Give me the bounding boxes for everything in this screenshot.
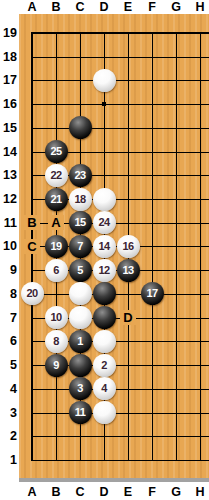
- row-label-14: 14: [0, 144, 17, 160]
- row-label-1: 1: [0, 452, 17, 468]
- stone-white-D17[interactable]: [93, 69, 116, 92]
- stone-white-D5[interactable]: 2: [93, 354, 116, 377]
- grid-line-col-G: [176, 32, 177, 461]
- row-label-18: 18: [0, 49, 17, 65]
- stone-black-B14[interactable]: 25: [45, 140, 68, 163]
- grid-line-row-16: [32, 104, 209, 105]
- row-label-4: 4: [0, 381, 17, 397]
- grid-line-row-1: [32, 460, 209, 461]
- row-label-16: 16: [0, 96, 17, 112]
- column-label-top-C: C: [68, 1, 92, 14]
- stone-white-B6[interactable]: 8: [45, 330, 68, 353]
- row-label-12: 12: [0, 191, 17, 207]
- grid-line-row-17: [32, 80, 209, 81]
- stone-white-D9[interactable]: 12: [93, 259, 116, 282]
- stone-white-A8[interactable]: 20: [21, 282, 44, 305]
- column-label-bottom-E: E: [116, 484, 140, 500]
- grid-line-row-2: [32, 436, 209, 437]
- point-mark-D-E7[interactable]: D: [120, 310, 136, 325]
- column-label-top-B: B: [44, 1, 68, 14]
- row-label-15: 15: [0, 120, 17, 136]
- stone-white-E10[interactable]: 16: [117, 235, 140, 258]
- grid-line-row-8: [32, 294, 209, 295]
- row-label-11: 11: [0, 215, 17, 231]
- grid-line-row-15: [32, 128, 209, 129]
- stone-white-D11[interactable]: 24: [93, 211, 116, 234]
- board-edge-shadow: [19, 478, 209, 482]
- column-label-top-E: E: [116, 1, 140, 14]
- stone-white-D6[interactable]: [93, 330, 116, 353]
- stone-black-D8[interactable]: [93, 282, 116, 305]
- point-mark-A-B11[interactable]: A: [48, 215, 64, 230]
- column-label-bottom-A: A: [20, 484, 44, 500]
- row-label-13: 13: [0, 167, 17, 183]
- stone-black-B12[interactable]: 21: [45, 188, 68, 211]
- stone-black-B10[interactable]: 19: [45, 235, 68, 258]
- go-diagram: ABCDEFGH 19181716151413121110987654321 2…: [0, 0, 209, 500]
- row-label-5: 5: [0, 357, 17, 373]
- stone-white-D4[interactable]: 4: [93, 377, 116, 400]
- stone-black-C4[interactable]: 3: [69, 377, 92, 400]
- stone-white-D3[interactable]: [93, 401, 116, 424]
- grid-line-col-H: [200, 32, 201, 461]
- column-label-top-H: H: [188, 1, 209, 14]
- row-label-2: 2: [0, 428, 17, 444]
- column-label-bottom-H: H: [188, 484, 209, 500]
- column-label-top-A: A: [20, 1, 44, 14]
- stone-black-C13[interactable]: 23: [69, 164, 92, 187]
- stone-black-F8[interactable]: 17: [141, 282, 164, 305]
- row-label-19: 19: [0, 25, 17, 41]
- stone-black-C11[interactable]: 15: [69, 211, 92, 234]
- stone-black-D7[interactable]: [93, 306, 116, 329]
- row-label-3: 3: [0, 405, 17, 421]
- point-mark-B-A11[interactable]: B: [24, 215, 40, 230]
- row-label-9: 9: [0, 262, 17, 278]
- stone-white-D12[interactable]: [93, 188, 116, 211]
- row-label-10: 10: [0, 238, 17, 254]
- column-label-bottom-B: B: [44, 484, 68, 500]
- grid-line-row-3: [32, 413, 209, 414]
- column-label-bottom-G: G: [164, 484, 188, 500]
- column-label-top-D: D: [92, 1, 116, 14]
- row-label-6: 6: [0, 333, 17, 349]
- stone-white-C12[interactable]: 18: [69, 188, 92, 211]
- stone-black-C10[interactable]: 7: [69, 235, 92, 258]
- stone-white-B9[interactable]: 6: [45, 259, 68, 282]
- column-label-bottom-C: C: [68, 484, 92, 500]
- stone-black-C9[interactable]: 5: [69, 259, 92, 282]
- row-label-17: 17: [0, 72, 17, 88]
- point-mark-C-A10[interactable]: C: [24, 239, 40, 254]
- column-label-bottom-D: D: [92, 484, 116, 500]
- stone-white-B7[interactable]: 10: [45, 306, 68, 329]
- stone-black-C3[interactable]: 11: [69, 401, 92, 424]
- column-label-top-F: F: [140, 1, 164, 14]
- star-point-D16: [102, 102, 106, 106]
- stone-black-E9[interactable]: 13: [117, 259, 140, 282]
- column-label-bottom-F: F: [140, 484, 164, 500]
- stone-white-B13[interactable]: 22: [45, 164, 68, 187]
- stone-black-C5[interactable]: [69, 354, 92, 377]
- grid-line-row-18: [32, 57, 209, 58]
- go-board[interactable]: 2522232118152419714166512132017108192341…: [19, 14, 209, 478]
- stone-white-D10[interactable]: 14: [93, 235, 116, 258]
- grid-line-col-F: [152, 32, 153, 461]
- row-label-7: 7: [0, 310, 17, 326]
- stone-black-B5[interactable]: 9: [45, 354, 68, 377]
- stone-white-C8[interactable]: [69, 282, 92, 305]
- grid-line-row-19: [32, 32, 209, 34]
- column-label-top-G: G: [164, 1, 188, 14]
- stone-white-C7[interactable]: [69, 306, 92, 329]
- stone-black-C15[interactable]: [69, 116, 92, 139]
- grid-line-row-4: [32, 389, 209, 390]
- row-label-8: 8: [0, 286, 17, 302]
- stone-black-C6[interactable]: 1: [69, 330, 92, 353]
